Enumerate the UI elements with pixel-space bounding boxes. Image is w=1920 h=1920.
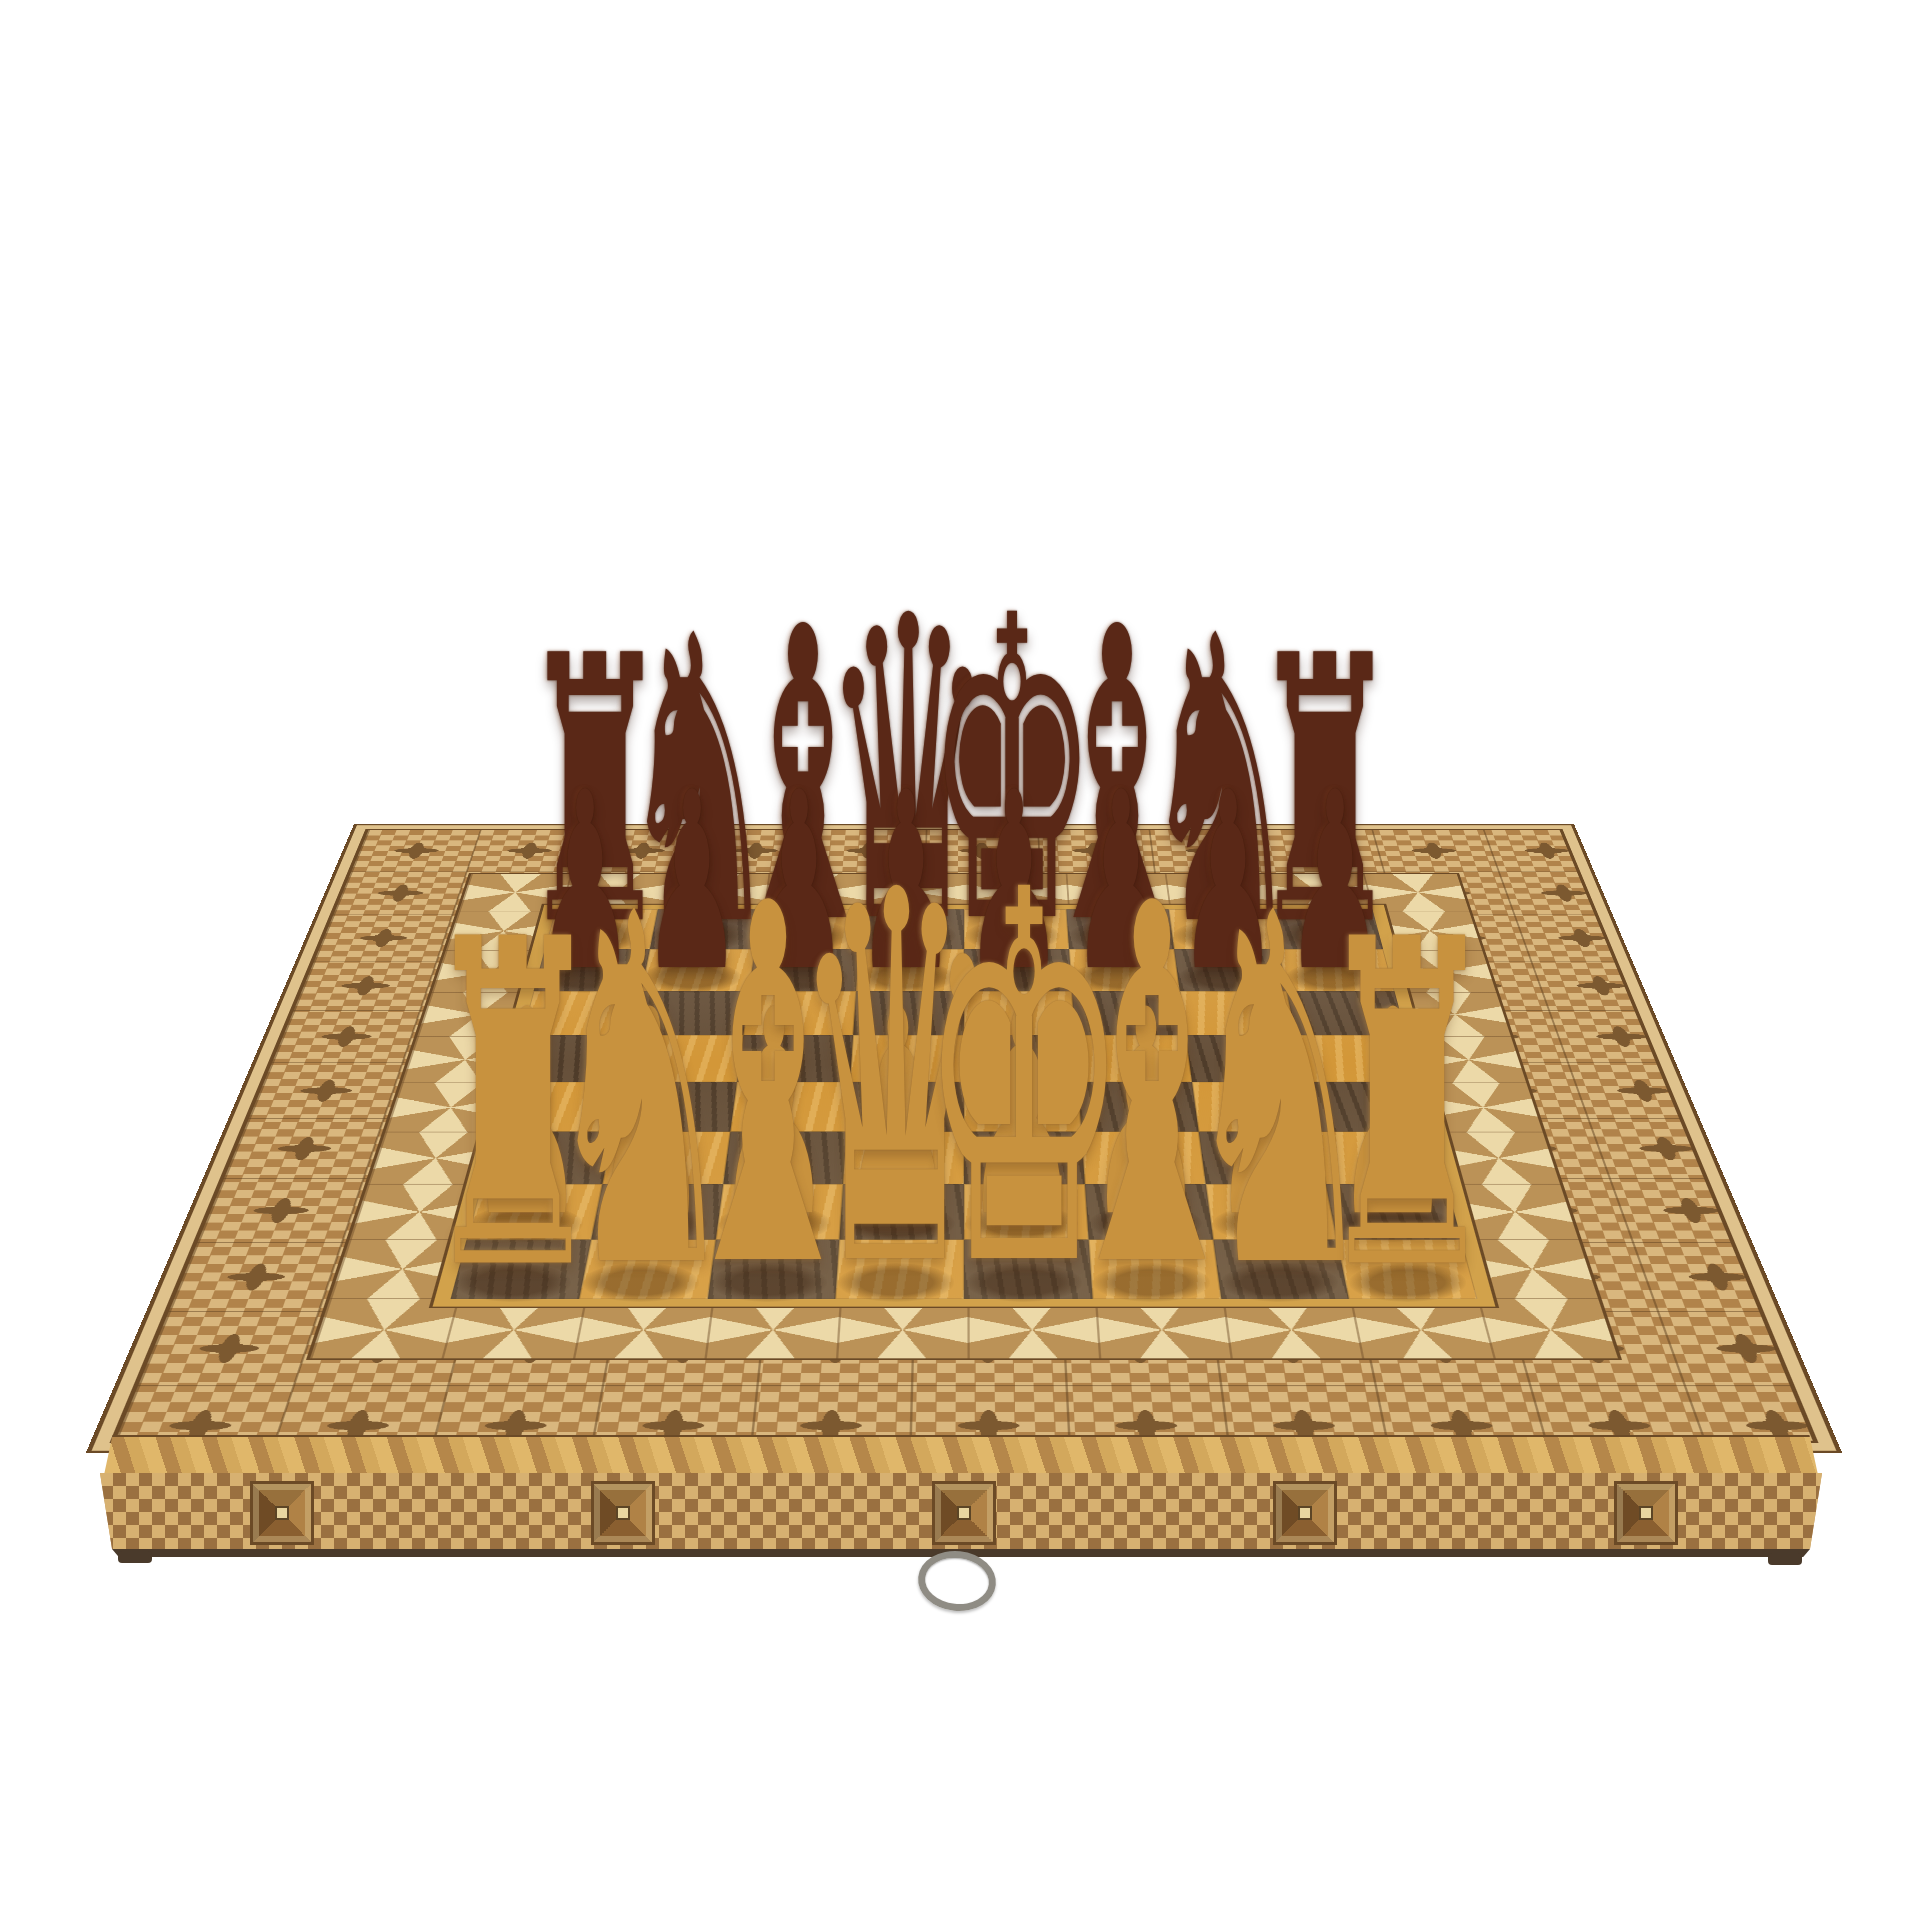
square-f5 — [1075, 1035, 1192, 1082]
square-h7 — [1278, 949, 1394, 991]
square-b6 — [632, 991, 749, 1035]
square-f6 — [1072, 991, 1186, 1035]
square-g7 — [1174, 949, 1287, 991]
square-f2 — [1085, 1184, 1213, 1240]
side-diamond-inlay — [1614, 1481, 1678, 1545]
square-a7 — [534, 949, 650, 991]
square-e6 — [964, 991, 1075, 1035]
square-g1 — [1213, 1240, 1349, 1299]
side-diamond-inlay — [1273, 1481, 1337, 1545]
square-a1 — [451, 1240, 591, 1299]
square-f1 — [1088, 1240, 1220, 1299]
square-h1 — [1337, 1240, 1477, 1299]
square-g8 — [1168, 909, 1278, 949]
square-f3 — [1081, 1131, 1205, 1183]
square-g2 — [1205, 1184, 1337, 1240]
square-c4 — [730, 1082, 850, 1131]
square-a8 — [545, 909, 658, 949]
photo-scene: ♜♞♝♛♚♝♞♜♟♟♟♟♟♟♟♟♟♟♟♟♟♟♟♟♜♞♝♛♚♝♞♜ — [0, 0, 1920, 1920]
square-c8 — [754, 909, 861, 949]
square-e5 — [964, 1035, 1078, 1082]
square-e4 — [964, 1082, 1081, 1131]
side-diamond-inlay — [250, 1481, 314, 1545]
square-e3 — [964, 1131, 1085, 1183]
square-a6 — [522, 991, 642, 1035]
square-f8 — [1066, 909, 1173, 949]
square-g4 — [1192, 1082, 1316, 1131]
square-b2 — [591, 1184, 723, 1240]
square-g6 — [1179, 991, 1296, 1035]
square-f4 — [1078, 1082, 1198, 1131]
square-b7 — [641, 949, 754, 991]
square-d3 — [843, 1131, 964, 1183]
side-diamond-inlay — [591, 1481, 655, 1545]
square-c6 — [743, 991, 857, 1035]
board-side-edge — [100, 1473, 1822, 1549]
square-h6 — [1287, 991, 1407, 1035]
side-diamond-inlay — [932, 1481, 996, 1545]
board-foot-left — [118, 1551, 152, 1563]
square-b3 — [602, 1131, 730, 1183]
square-e7 — [964, 949, 1072, 991]
square-g3 — [1198, 1131, 1326, 1183]
square-e8 — [964, 909, 1069, 949]
chess-board — [109, 829, 1818, 1443]
square-d4 — [847, 1082, 964, 1131]
square-c5 — [737, 1035, 854, 1082]
square-a4 — [496, 1082, 623, 1131]
square-c2 — [715, 1184, 843, 1240]
square-c3 — [723, 1131, 847, 1183]
square-h8 — [1270, 909, 1383, 949]
square-d1 — [836, 1240, 964, 1299]
square-a5 — [509, 1035, 632, 1082]
square-h3 — [1315, 1131, 1446, 1183]
square-a2 — [466, 1184, 602, 1240]
square-d6 — [853, 991, 964, 1035]
square-h2 — [1326, 1184, 1462, 1240]
square-b1 — [579, 1240, 715, 1299]
square-b5 — [623, 1035, 743, 1082]
board-foot-right — [1768, 1553, 1802, 1565]
square-h4 — [1305, 1082, 1432, 1131]
square-e2 — [964, 1184, 1088, 1240]
playing-field — [451, 909, 1478, 1299]
square-d2 — [840, 1184, 964, 1240]
square-b8 — [650, 909, 760, 949]
square-c1 — [707, 1240, 839, 1299]
board-bevel-edge — [104, 1435, 1818, 1475]
square-b4 — [613, 1082, 737, 1131]
square-a3 — [482, 1131, 613, 1183]
clasp-ring-icon — [915, 1547, 999, 1615]
square-c7 — [749, 949, 859, 991]
square-e1 — [964, 1240, 1092, 1299]
square-g5 — [1185, 1035, 1305, 1082]
square-d8 — [859, 909, 964, 949]
square-d5 — [850, 1035, 964, 1082]
square-f7 — [1069, 949, 1179, 991]
square-h5 — [1296, 1035, 1419, 1082]
square-d7 — [856, 949, 964, 991]
